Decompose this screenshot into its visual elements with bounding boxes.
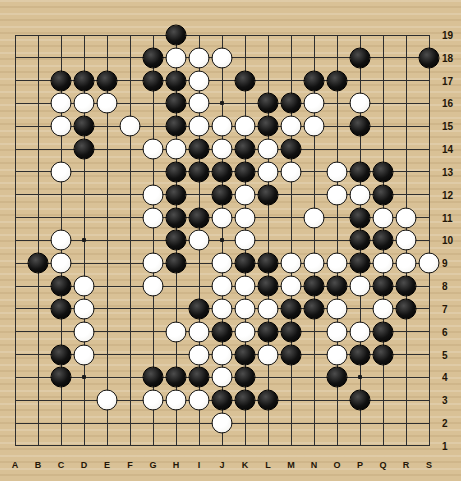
- white-stone-I18[interactable]: [189, 47, 210, 68]
- column-label-A: A: [12, 460, 19, 470]
- white-stone-L13[interactable]: [258, 161, 279, 182]
- white-stone-L7[interactable]: [258, 298, 279, 319]
- white-stone-O9[interactable]: [327, 253, 348, 274]
- black-stone-I11[interactable]: [189, 207, 210, 228]
- row-label-12: 12: [442, 189, 453, 200]
- white-stone-Q9[interactable]: [373, 253, 394, 274]
- white-stone-N11[interactable]: [304, 207, 325, 228]
- black-stone-P10[interactable]: [350, 230, 371, 251]
- star-point-P4: [358, 375, 362, 379]
- white-stone-H18[interactable]: [166, 47, 187, 68]
- black-stone-L6[interactable]: [258, 321, 279, 342]
- column-label-I: I: [198, 460, 201, 470]
- column-label-P: P: [357, 460, 363, 470]
- white-stone-O12[interactable]: [327, 184, 348, 205]
- row-label-19: 19: [442, 30, 453, 41]
- black-stone-O8[interactable]: [327, 276, 348, 297]
- row-label-1: 1: [442, 440, 448, 451]
- column-label-J: J: [219, 460, 224, 470]
- white-stone-R10[interactable]: [396, 230, 417, 251]
- white-stone-D6[interactable]: [74, 321, 95, 342]
- black-stone-P11[interactable]: [350, 207, 371, 228]
- black-stone-I7[interactable]: [189, 298, 210, 319]
- column-label-S: S: [426, 460, 432, 470]
- black-stone-H16[interactable]: [166, 93, 187, 114]
- black-stone-Q10[interactable]: [373, 230, 394, 251]
- white-stone-H6[interactable]: [166, 321, 187, 342]
- black-stone-K14[interactable]: [235, 139, 256, 160]
- black-stone-B9[interactable]: [28, 253, 49, 274]
- grid-line-vertical: [429, 35, 430, 447]
- row-label-11: 11: [442, 212, 453, 223]
- row-label-2: 2: [442, 418, 448, 429]
- white-stone-J11[interactable]: [212, 207, 233, 228]
- black-stone-K4[interactable]: [235, 367, 256, 388]
- grid-line-horizontal: [15, 445, 430, 446]
- white-stone-D16[interactable]: [74, 93, 95, 114]
- white-stone-D8[interactable]: [74, 276, 95, 297]
- white-stone-P8[interactable]: [350, 276, 371, 297]
- white-stone-J14[interactable]: [212, 139, 233, 160]
- black-stone-H9[interactable]: [166, 253, 187, 274]
- white-stone-P6[interactable]: [350, 321, 371, 342]
- black-stone-S18[interactable]: [419, 47, 440, 68]
- black-stone-C8[interactable]: [51, 276, 72, 297]
- white-stone-J15[interactable]: [212, 116, 233, 137]
- white-stone-P16[interactable]: [350, 93, 371, 114]
- white-stone-E16[interactable]: [97, 93, 118, 114]
- black-stone-N17[interactable]: [304, 70, 325, 91]
- black-stone-E17[interactable]: [97, 70, 118, 91]
- black-stone-H10[interactable]: [166, 230, 187, 251]
- black-stone-K13[interactable]: [235, 161, 256, 182]
- row-label-5: 5: [442, 349, 448, 360]
- row-label-8: 8: [442, 281, 448, 292]
- white-stone-K15[interactable]: [235, 116, 256, 137]
- white-stone-C16[interactable]: [51, 93, 72, 114]
- white-stone-N9[interactable]: [304, 253, 325, 274]
- black-stone-G4[interactable]: [143, 367, 164, 388]
- white-stone-M8[interactable]: [281, 276, 302, 297]
- column-label-L: L: [265, 460, 271, 470]
- white-stone-D7[interactable]: [74, 298, 95, 319]
- row-label-7: 7: [442, 303, 448, 314]
- white-stone-K11[interactable]: [235, 207, 256, 228]
- black-stone-M5[interactable]: [281, 344, 302, 365]
- row-label-17: 17: [442, 75, 453, 86]
- white-stone-M9[interactable]: [281, 253, 302, 274]
- white-stone-I3[interactable]: [189, 390, 210, 411]
- white-stone-M15[interactable]: [281, 116, 302, 137]
- black-stone-H13[interactable]: [166, 161, 187, 182]
- white-stone-I16[interactable]: [189, 93, 210, 114]
- black-stone-D15[interactable]: [74, 116, 95, 137]
- column-label-Q: Q: [379, 460, 386, 470]
- black-stone-L16[interactable]: [258, 93, 279, 114]
- white-stone-O13[interactable]: [327, 161, 348, 182]
- white-stone-K8[interactable]: [235, 276, 256, 297]
- white-stone-J2[interactable]: [212, 413, 233, 434]
- black-stone-H12[interactable]: [166, 184, 187, 205]
- black-stone-P18[interactable]: [350, 47, 371, 68]
- black-stone-N8[interactable]: [304, 276, 325, 297]
- black-stone-M6[interactable]: [281, 321, 302, 342]
- white-stone-K12[interactable]: [235, 184, 256, 205]
- black-stone-R7[interactable]: [396, 298, 417, 319]
- black-stone-P15[interactable]: [350, 116, 371, 137]
- black-stone-C7[interactable]: [51, 298, 72, 319]
- row-label-16: 16: [442, 98, 453, 109]
- black-stone-P9[interactable]: [350, 253, 371, 274]
- white-stone-N15[interactable]: [304, 116, 325, 137]
- white-stone-J5[interactable]: [212, 344, 233, 365]
- black-stone-Q6[interactable]: [373, 321, 394, 342]
- column-label-B: B: [35, 460, 42, 470]
- white-stone-K7[interactable]: [235, 298, 256, 319]
- black-stone-K3[interactable]: [235, 390, 256, 411]
- white-stone-G9[interactable]: [143, 253, 164, 274]
- white-stone-D5[interactable]: [74, 344, 95, 365]
- black-stone-Q12[interactable]: [373, 184, 394, 205]
- column-label-K: K: [242, 460, 249, 470]
- star-point-J16: [220, 101, 224, 105]
- black-stone-Q5[interactable]: [373, 344, 394, 365]
- white-stone-I6[interactable]: [189, 321, 210, 342]
- black-stone-I13[interactable]: [189, 161, 210, 182]
- column-label-C: C: [58, 460, 65, 470]
- black-stone-M7[interactable]: [281, 298, 302, 319]
- black-stone-C17[interactable]: [51, 70, 72, 91]
- column-label-G: G: [149, 460, 156, 470]
- black-stone-J13[interactable]: [212, 161, 233, 182]
- white-stone-O5[interactable]: [327, 344, 348, 365]
- go-board-screen: ABCDEFGHIJKLMNOPQRS191817161514131211109…: [0, 0, 461, 481]
- white-stone-I15[interactable]: [189, 116, 210, 137]
- column-label-O: O: [333, 460, 340, 470]
- white-stone-G11[interactable]: [143, 207, 164, 228]
- white-stone-C10[interactable]: [51, 230, 72, 251]
- black-stone-O4[interactable]: [327, 367, 348, 388]
- white-stone-E3[interactable]: [97, 390, 118, 411]
- black-stone-Q13[interactable]: [373, 161, 394, 182]
- column-label-F: F: [127, 460, 133, 470]
- black-stone-C5[interactable]: [51, 344, 72, 365]
- white-stone-J8[interactable]: [212, 276, 233, 297]
- white-stone-F15[interactable]: [120, 116, 141, 137]
- white-stone-C9[interactable]: [51, 253, 72, 274]
- white-stone-J4[interactable]: [212, 367, 233, 388]
- white-stone-O6[interactable]: [327, 321, 348, 342]
- black-stone-G17[interactable]: [143, 70, 164, 91]
- black-stone-H11[interactable]: [166, 207, 187, 228]
- row-label-6: 6: [442, 326, 448, 337]
- black-stone-K5[interactable]: [235, 344, 256, 365]
- row-label-15: 15: [442, 121, 453, 132]
- white-stone-R9[interactable]: [396, 253, 417, 274]
- black-stone-J6[interactable]: [212, 321, 233, 342]
- black-stone-K9[interactable]: [235, 253, 256, 274]
- white-stone-K10[interactable]: [235, 230, 256, 251]
- white-stone-H14[interactable]: [166, 139, 187, 160]
- black-stone-D14[interactable]: [74, 139, 95, 160]
- white-stone-G14[interactable]: [143, 139, 164, 160]
- white-stone-C15[interactable]: [51, 116, 72, 137]
- black-stone-L12[interactable]: [258, 184, 279, 205]
- column-label-R: R: [403, 460, 410, 470]
- star-point-D10: [82, 238, 86, 242]
- white-stone-M13[interactable]: [281, 161, 302, 182]
- black-stone-J12[interactable]: [212, 184, 233, 205]
- white-stone-G8[interactable]: [143, 276, 164, 297]
- white-stone-I10[interactable]: [189, 230, 210, 251]
- row-label-18: 18: [442, 52, 453, 63]
- column-label-M: M: [287, 460, 295, 470]
- white-stone-J18[interactable]: [212, 47, 233, 68]
- black-stone-I4[interactable]: [189, 367, 210, 388]
- black-stone-I14[interactable]: [189, 139, 210, 160]
- white-stone-K6[interactable]: [235, 321, 256, 342]
- star-point-J10: [220, 238, 224, 242]
- black-stone-N7[interactable]: [304, 298, 325, 319]
- black-stone-M14[interactable]: [281, 139, 302, 160]
- black-stone-C4[interactable]: [51, 367, 72, 388]
- row-label-10: 10: [442, 235, 453, 246]
- black-stone-H4[interactable]: [166, 367, 187, 388]
- black-stone-H19[interactable]: [166, 25, 187, 46]
- column-label-E: E: [104, 460, 110, 470]
- row-label-4: 4: [442, 372, 448, 383]
- white-stone-N16[interactable]: [304, 93, 325, 114]
- black-stone-G18[interactable]: [143, 47, 164, 68]
- black-stone-L15[interactable]: [258, 116, 279, 137]
- black-stone-P13[interactable]: [350, 161, 371, 182]
- black-stone-L3[interactable]: [258, 390, 279, 411]
- star-point-D4: [82, 375, 86, 379]
- row-label-9: 9: [442, 258, 448, 269]
- white-stone-P12[interactable]: [350, 184, 371, 205]
- row-label-13: 13: [442, 166, 453, 177]
- white-stone-S9[interactable]: [419, 253, 440, 274]
- white-stone-G3[interactable]: [143, 390, 164, 411]
- column-label-D: D: [81, 460, 88, 470]
- black-stone-M16[interactable]: [281, 93, 302, 114]
- white-stone-G12[interactable]: [143, 184, 164, 205]
- white-stone-I17[interactable]: [189, 70, 210, 91]
- row-label-3: 3: [442, 395, 448, 406]
- white-stone-J9[interactable]: [212, 253, 233, 274]
- black-stone-L9[interactable]: [258, 253, 279, 274]
- black-stone-H15[interactable]: [166, 116, 187, 137]
- black-stone-J3[interactable]: [212, 390, 233, 411]
- white-stone-I5[interactable]: [189, 344, 210, 365]
- row-label-14: 14: [442, 144, 453, 155]
- white-stone-H3[interactable]: [166, 390, 187, 411]
- white-stone-C13[interactable]: [51, 161, 72, 182]
- column-label-H: H: [173, 460, 180, 470]
- white-stone-J7[interactable]: [212, 298, 233, 319]
- black-stone-P5[interactable]: [350, 344, 371, 365]
- white-stone-L5[interactable]: [258, 344, 279, 365]
- black-stone-O17[interactable]: [327, 70, 348, 91]
- white-stone-O7[interactable]: [327, 298, 348, 319]
- black-stone-D17[interactable]: [74, 70, 95, 91]
- black-stone-R8[interactable]: [396, 276, 417, 297]
- black-stone-P3[interactable]: [350, 390, 371, 411]
- column-label-N: N: [311, 460, 318, 470]
- black-stone-H17[interactable]: [166, 70, 187, 91]
- black-stone-L8[interactable]: [258, 276, 279, 297]
- white-stone-L14[interactable]: [258, 139, 279, 160]
- black-stone-K17[interactable]: [235, 70, 256, 91]
- white-stone-R11[interactable]: [396, 207, 417, 228]
- white-stone-Q7[interactable]: [373, 298, 394, 319]
- black-stone-Q8[interactable]: [373, 276, 394, 297]
- white-stone-Q11[interactable]: [373, 207, 394, 228]
